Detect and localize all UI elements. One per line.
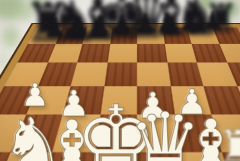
chess-photo: ♜♞♝♚♛♝♞♜♟♟♟♟♟♟♟♟♟♟♟♟♞♝♚♛♝♜ xyxy=(0,0,240,161)
black-pawn-7: ♟ xyxy=(178,9,201,35)
black-pawn-6: ♟ xyxy=(155,10,178,36)
black-pawn-3: ♟ xyxy=(88,12,112,39)
black-pawn-4: ♟ xyxy=(110,11,134,38)
white-queen: ♛ xyxy=(128,102,202,161)
black-pawn-1: ♟ xyxy=(43,14,67,41)
floral-pattern xyxy=(2,26,20,48)
white-rook-corner: ♜ xyxy=(217,124,240,161)
square-d6 xyxy=(104,62,137,85)
black-pawn-5: ♟ xyxy=(133,10,157,37)
black-pawn-2: ♟ xyxy=(66,13,90,40)
black-pawn-8: ♟ xyxy=(202,8,224,33)
square-e6 xyxy=(137,62,170,85)
